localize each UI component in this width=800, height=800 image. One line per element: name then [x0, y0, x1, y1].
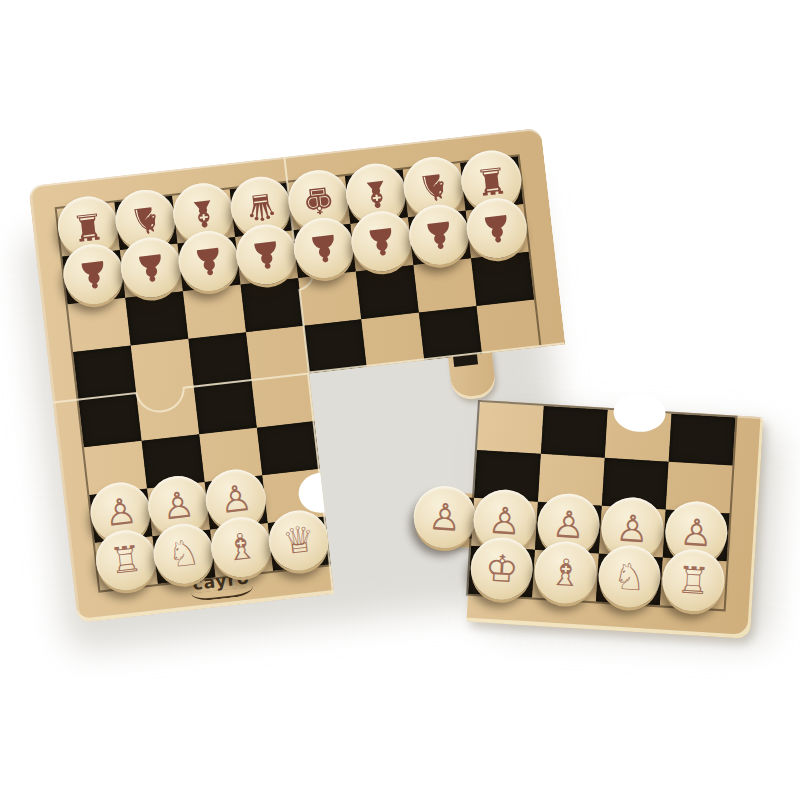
piece-glyph: ♙ — [160, 486, 196, 525]
square-d6 — [241, 278, 304, 332]
square-d4 — [251, 373, 314, 427]
piece-glyph: ♞ — [128, 200, 164, 239]
square-g5 — [419, 306, 482, 360]
piece-glyph: ♚ — [300, 180, 336, 219]
piece-glyph: ♘ — [166, 534, 202, 573]
square-d5 — [246, 326, 309, 380]
square-a4 — [79, 393, 142, 447]
piece-glyph: ♙ — [551, 505, 586, 544]
piece-glyph: ♛ — [243, 187, 279, 226]
square-e6 — [298, 271, 361, 325]
detached-piece-wood[interactable]: ♙♙♙♙♙♔♗♘♖ — [466, 400, 763, 639]
piece-glyph: ♟ — [363, 222, 399, 261]
square-b4 — [136, 387, 199, 441]
piece-glyph: ♙ — [615, 509, 650, 548]
piece-glyph: ♔ — [484, 549, 519, 588]
square-c4 — [194, 380, 257, 434]
piece-glyph: ♟ — [306, 228, 342, 267]
piece-glyph: ♙ — [679, 513, 714, 552]
piece-glyph: ♙ — [487, 501, 522, 540]
piece-glyph: ♙ — [218, 480, 254, 519]
main-board-discs: ♜♞♝♛♚♝♞♜♟♟♟♟♟♟♟♟♙♙♙♖♘♗♕ — [28, 128, 541, 186]
square-d3 — [257, 421, 320, 475]
piece-glyph: ♟ — [479, 208, 515, 247]
piece-glyph: ♕ — [281, 521, 317, 560]
square-a6 — [68, 298, 131, 352]
square-b6 — [125, 291, 188, 345]
square-a5 — [73, 345, 136, 399]
square-h5 — [476, 299, 539, 353]
product-photo: { "game": "chess", "brand": "cayro", "sc… — [0, 0, 800, 800]
piece-glyph: ♖ — [676, 561, 711, 600]
square-e5 — [304, 319, 367, 373]
piece-glyph: ♜ — [70, 207, 106, 246]
square-h4 — [669, 414, 736, 466]
piece-glyph: ♗ — [548, 553, 583, 592]
piece-glyph: ♟ — [421, 215, 457, 254]
square-c5 — [188, 332, 251, 386]
piece-glyph: ♝ — [185, 194, 221, 233]
square-b5 — [131, 339, 194, 393]
piece-glyph: ♟ — [191, 241, 227, 280]
square-f4 — [541, 406, 608, 458]
piece-glyph: ♙ — [102, 493, 138, 532]
square-f6 — [356, 265, 419, 319]
piece-glyph: ♜ — [473, 161, 509, 200]
piece-glyph: ♖ — [108, 541, 144, 580]
square-g6 — [413, 258, 476, 312]
square-c6 — [183, 285, 246, 339]
detached-puzzle-piece[interactable]: ♙♙♙♙♙♔♗♘♖ — [466, 400, 763, 639]
piece-glyph: ♟ — [133, 248, 169, 287]
piece-glyph: ♞ — [416, 167, 452, 206]
piece-glyph: ♘ — [612, 557, 647, 596]
square-h6 — [471, 252, 534, 306]
square-f5 — [361, 313, 424, 367]
square-e4 — [477, 402, 544, 454]
piece-glyph: ♗ — [223, 527, 259, 566]
piece-glyph: ♟ — [248, 235, 284, 274]
piece-glyph: ♙ — [427, 498, 462, 537]
piece-glyph: ♟ — [75, 254, 111, 293]
piece-glyph: ♝ — [358, 174, 394, 213]
